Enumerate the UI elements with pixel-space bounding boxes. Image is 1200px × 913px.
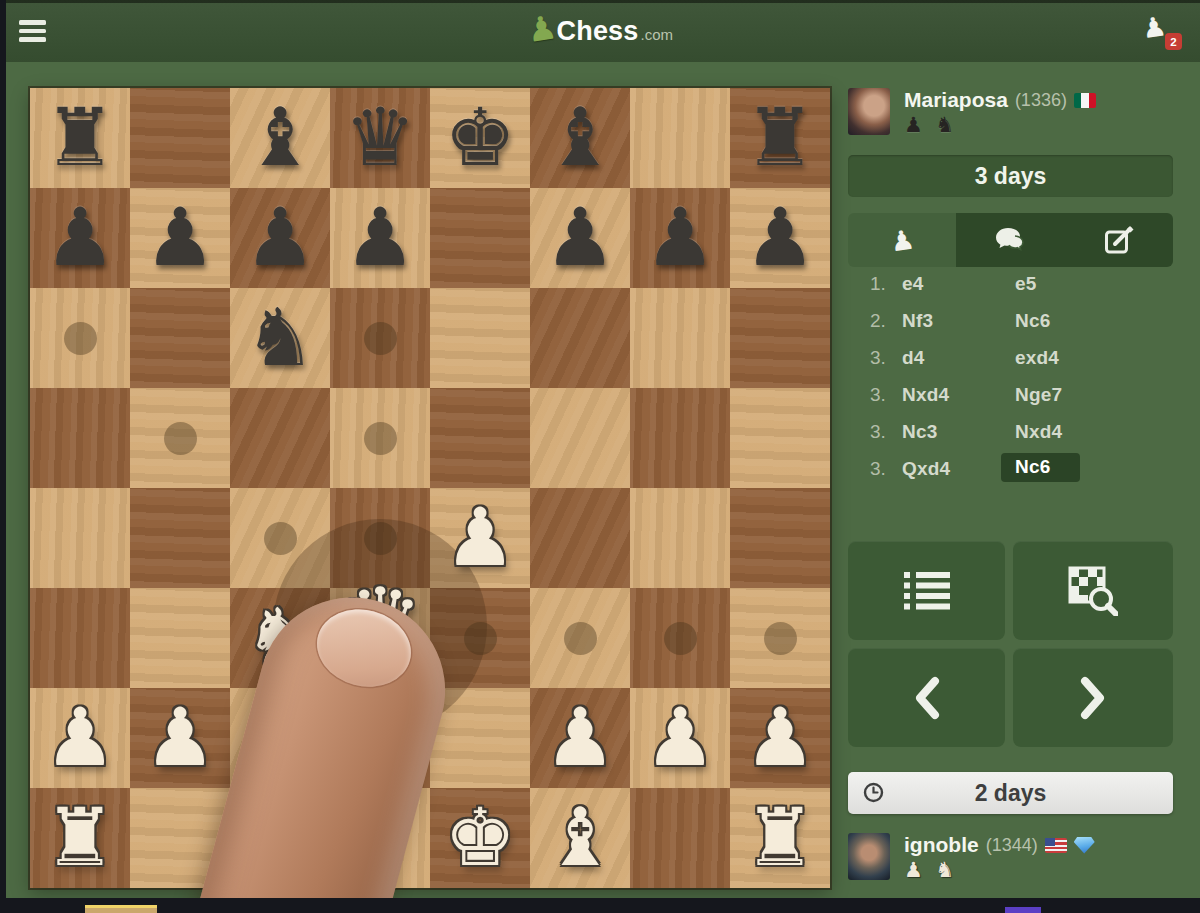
square-f8[interactable]: ♝ — [530, 88, 630, 188]
black-move[interactable]: Nc6 — [1015, 456, 1080, 482]
piece-white-pawn-f2[interactable]: ♟ — [530, 688, 630, 788]
square-f1[interactable]: ♝ — [530, 788, 630, 888]
move-hint-d6[interactable] — [364, 322, 397, 355]
black-move[interactable]: Nc6 — [1015, 310, 1050, 332]
chess-board[interactable]: ♜♝♛♚♝♜♟♟♟♟♟♟♟♞♟♞♛♟♟♟♟♟♟♜♝♚♝♜ — [30, 88, 830, 888]
square-h4[interactable] — [730, 488, 830, 588]
square-a2[interactable]: ♟ — [30, 688, 130, 788]
screen-edge-top — [0, 0, 1200, 3]
clock-value: 2 days — [975, 780, 1047, 807]
square-d5[interactable] — [330, 388, 430, 488]
square-e4[interactable]: ♟ — [430, 488, 530, 588]
square-h6[interactable] — [730, 288, 830, 388]
black-move[interactable]: exd4 — [1015, 347, 1059, 369]
piece-white-king-e1[interactable]: ♚ — [430, 788, 530, 888]
square-f5[interactable] — [530, 388, 630, 488]
avatar[interactable] — [848, 88, 890, 135]
piece-white-rook-a1[interactable]: ♜ — [30, 788, 130, 888]
square-d6[interactable] — [330, 288, 430, 388]
player-clock: 2 days — [848, 772, 1173, 814]
control-buttons — [848, 541, 1173, 747]
screen-edge-left — [0, 0, 6, 913]
clock-icon — [863, 782, 884, 803]
piece-black-bishop-c8[interactable]: ♝ — [230, 88, 330, 188]
white-move[interactable]: Nxd4 — [902, 384, 1015, 406]
square-c8[interactable]: ♝ — [230, 88, 330, 188]
tab-moves[interactable]: ♟ — [848, 213, 956, 267]
logo-text: Chess — [557, 16, 639, 47]
square-e1[interactable]: ♚ — [430, 788, 530, 888]
move-row: 3.Nxd4Nge7 — [848, 376, 1173, 413]
square-h8[interactable]: ♜ — [730, 88, 830, 188]
sidebar-tabs: ♟ — [848, 213, 1173, 267]
square-h1[interactable]: ♜ — [730, 788, 830, 888]
move-number: 1. — [870, 273, 902, 295]
square-b8[interactable] — [130, 88, 230, 188]
board-search-icon — [1068, 566, 1118, 616]
piece-black-pawn-c7[interactable]: ♟ — [230, 188, 330, 288]
black-move[interactable]: Nge7 — [1015, 384, 1062, 406]
logo-pawn-icon: ♟ — [524, 6, 559, 49]
piece-black-bishop-f8[interactable]: ♝ — [530, 88, 630, 188]
move-hint-b5[interactable] — [164, 422, 197, 455]
move-hint-e3[interactable] — [464, 622, 497, 655]
player-rating: (1344) — [986, 835, 1038, 856]
square-f3[interactable] — [530, 588, 630, 688]
move-row: 2.Nf3Nc6 — [848, 302, 1173, 339]
square-g6[interactable] — [630, 288, 730, 388]
square-c5[interactable] — [230, 388, 330, 488]
square-f2[interactable]: ♟ — [530, 688, 630, 788]
player-bottom[interactable]: ignoble (1344) ♟ ♞ — [848, 833, 1173, 880]
games-notification-button[interactable]: ♟ 2 — [1142, 12, 1176, 50]
square-e6[interactable] — [430, 288, 530, 388]
notification-badge: 2 — [1165, 33, 1182, 50]
square-g5[interactable] — [630, 388, 730, 488]
piece-white-pawn-b2[interactable]: ♟ — [130, 688, 230, 788]
piece-white-rook-h1[interactable]: ♜ — [730, 788, 830, 888]
square-g8[interactable] — [630, 88, 730, 188]
move-number: 3. — [870, 384, 902, 406]
square-d7[interactable]: ♟ — [330, 188, 430, 288]
move-number: 2. — [870, 310, 902, 332]
square-f6[interactable] — [530, 288, 630, 388]
move-row: 3.d4exd4 — [848, 339, 1173, 376]
piece-black-rook-a8[interactable]: ♜ — [30, 88, 130, 188]
move-hint-d5[interactable] — [364, 422, 397, 455]
piece-black-pawn-a7[interactable]: ♟ — [30, 188, 130, 288]
white-move[interactable]: Qxd4 — [902, 458, 1015, 480]
square-g2[interactable]: ♟ — [630, 688, 730, 788]
black-move[interactable]: Nxd4 — [1015, 421, 1062, 443]
square-a8[interactable]: ♜ — [30, 88, 130, 188]
square-a3[interactable] — [30, 588, 130, 688]
square-g4[interactable] — [630, 488, 730, 588]
chevron-left-icon — [914, 676, 940, 720]
piece-white-pawn-a2[interactable]: ♟ — [30, 688, 130, 788]
square-g7[interactable]: ♟ — [630, 188, 730, 288]
square-a4[interactable] — [30, 488, 130, 588]
fingernail — [308, 599, 419, 697]
piece-white-pawn-e4[interactable]: ♟ — [430, 488, 530, 588]
square-e8[interactable]: ♚ — [430, 88, 530, 188]
previous-move-button[interactable] — [848, 648, 1005, 747]
moves-list-button[interactable] — [848, 541, 1005, 640]
player-top[interactable]: Mariaposa (1336) ♟ ♞ — [848, 88, 1173, 135]
move-row: 3.Nc3Nxd4 — [848, 413, 1173, 450]
piece-black-pawn-b7[interactable]: ♟ — [130, 188, 230, 288]
piece-black-pawn-f7[interactable]: ♟ — [530, 188, 630, 288]
mexico-flag-icon — [1074, 93, 1096, 108]
piece-white-pawn-g2[interactable]: ♟ — [630, 688, 730, 788]
pawn-icon: ♟ — [888, 223, 917, 257]
square-h7[interactable]: ♟ — [730, 188, 830, 288]
piece-black-queen-d8[interactable]: ♛ — [330, 88, 430, 188]
square-e5[interactable] — [430, 388, 530, 488]
white-move[interactable]: Nf3 — [902, 310, 1015, 332]
opponent-clock: 3 days — [848, 155, 1173, 197]
chat-icon — [995, 227, 1025, 254]
compose-icon — [1104, 225, 1134, 255]
avatar[interactable] — [848, 833, 890, 880]
piece-black-king-e8[interactable]: ♚ — [430, 88, 530, 188]
square-f7[interactable]: ♟ — [530, 188, 630, 288]
move-hint-f3[interactable] — [564, 622, 597, 655]
white-move[interactable]: Nc3 — [902, 421, 1015, 443]
background-window-sliver — [85, 905, 157, 913]
move-row: 1.e4e5 — [848, 265, 1173, 302]
move-number: 3. — [870, 347, 902, 369]
piece-black-knight-c6[interactable]: ♞ — [230, 288, 330, 388]
square-a6[interactable] — [30, 288, 130, 388]
square-d8[interactable]: ♛ — [330, 88, 430, 188]
clock-value: 3 days — [975, 163, 1047, 190]
chess-app: ♟ Chess .com ♟ 2 ♜♝♛♚♝♜♟♟♟♟♟♟♟♞♟♞♛♟♟♟♟♟♟… — [0, 0, 1200, 913]
logo-suffix: .com — [641, 26, 674, 43]
square-c6[interactable]: ♞ — [230, 288, 330, 388]
move-hint-a6[interactable] — [64, 322, 97, 355]
usa-flag-icon — [1045, 838, 1067, 853]
square-f4[interactable] — [530, 488, 630, 588]
move-hint-g3[interactable] — [664, 622, 697, 655]
square-b7[interactable]: ♟ — [130, 188, 230, 288]
white-move[interactable]: d4 — [902, 347, 1015, 369]
square-h5[interactable] — [730, 388, 830, 488]
square-b5[interactable] — [130, 388, 230, 488]
square-h3[interactable] — [730, 588, 830, 688]
player-name[interactable]: Mariaposa — [904, 88, 1008, 112]
piece-white-bishop-f1[interactable]: ♝ — [530, 788, 630, 888]
tab-compose[interactable] — [1065, 213, 1173, 267]
square-b2[interactable]: ♟ — [130, 688, 230, 788]
list-icon — [904, 571, 950, 611]
chesscom-logo[interactable]: ♟ Chess .com — [0, 0, 1200, 62]
chevron-right-icon — [1080, 676, 1106, 720]
move-row: 3.Qxd4Nc6 — [848, 450, 1173, 487]
square-h2[interactable]: ♟ — [730, 688, 830, 788]
square-g3[interactable] — [630, 588, 730, 688]
square-b6[interactable] — [130, 288, 230, 388]
square-g1[interactable] — [630, 788, 730, 888]
analysis-button[interactable] — [1013, 541, 1173, 640]
move-hint-c4[interactable] — [264, 522, 297, 555]
background-window-sliver — [1005, 907, 1041, 913]
player-name[interactable]: ignoble — [904, 833, 979, 857]
square-b4[interactable] — [130, 488, 230, 588]
piece-black-rook-h8[interactable]: ♜ — [730, 88, 830, 188]
piece-white-pawn-h2[interactable]: ♟ — [730, 688, 830, 788]
top-bar: ♟ Chess .com ♟ 2 — [0, 0, 1200, 62]
move-list: 1.e4e52.Nf3Nc63.d4exd43.Nxd4Nge73.Nc3Nxd… — [848, 265, 1173, 487]
piece-black-pawn-d7[interactable]: ♟ — [330, 188, 430, 288]
square-a7[interactable]: ♟ — [30, 188, 130, 288]
square-a5[interactable] — [30, 388, 130, 488]
move-number: 3. — [870, 421, 902, 443]
move-number: 3. — [870, 458, 902, 480]
square-c7[interactable]: ♟ — [230, 188, 330, 288]
piece-black-pawn-g7[interactable]: ♟ — [630, 188, 730, 288]
piece-black-pawn-h7[interactable]: ♟ — [730, 188, 830, 288]
captured-pieces: ♟ ♞ — [904, 115, 957, 135]
square-a1[interactable]: ♜ — [30, 788, 130, 888]
next-move-button[interactable] — [1013, 648, 1173, 747]
captured-pieces: ♟ ♞ — [904, 860, 957, 880]
white-move[interactable]: e4 — [902, 273, 1015, 295]
tab-chat[interactable] — [956, 213, 1064, 267]
player-rating: (1336) — [1015, 90, 1067, 111]
square-e7[interactable] — [430, 188, 530, 288]
square-b3[interactable] — [130, 588, 230, 688]
diamond-membership-icon — [1074, 837, 1095, 854]
black-move[interactable]: e5 — [1015, 273, 1037, 295]
move-hint-h3[interactable] — [764, 622, 797, 655]
